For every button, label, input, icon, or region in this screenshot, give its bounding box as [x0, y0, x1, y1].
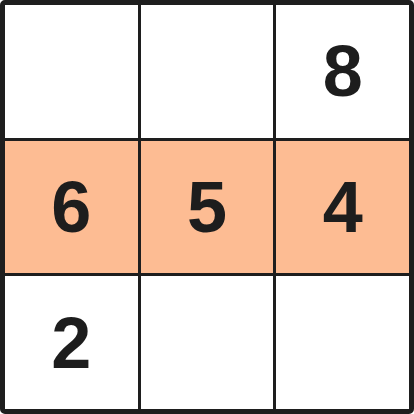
cell-r1c1[interactable] [5, 5, 138, 138]
puzzle-area: 8 6 5 4 2 [0, 0, 414, 414]
cell-r1c3[interactable]: 8 [276, 5, 409, 138]
cell-r3c2[interactable] [141, 276, 274, 409]
puzzle-grid: 8 6 5 4 2 [0, 0, 414, 414]
cell-r3c1[interactable]: 2 [5, 276, 138, 409]
cell-r2c2[interactable]: 5 [141, 141, 274, 274]
cell-r2c1[interactable]: 6 [5, 141, 138, 274]
cell-r3c3[interactable] [276, 276, 409, 409]
cell-r1c2[interactable] [141, 5, 274, 138]
cell-r2c3[interactable]: 4 [276, 141, 409, 274]
